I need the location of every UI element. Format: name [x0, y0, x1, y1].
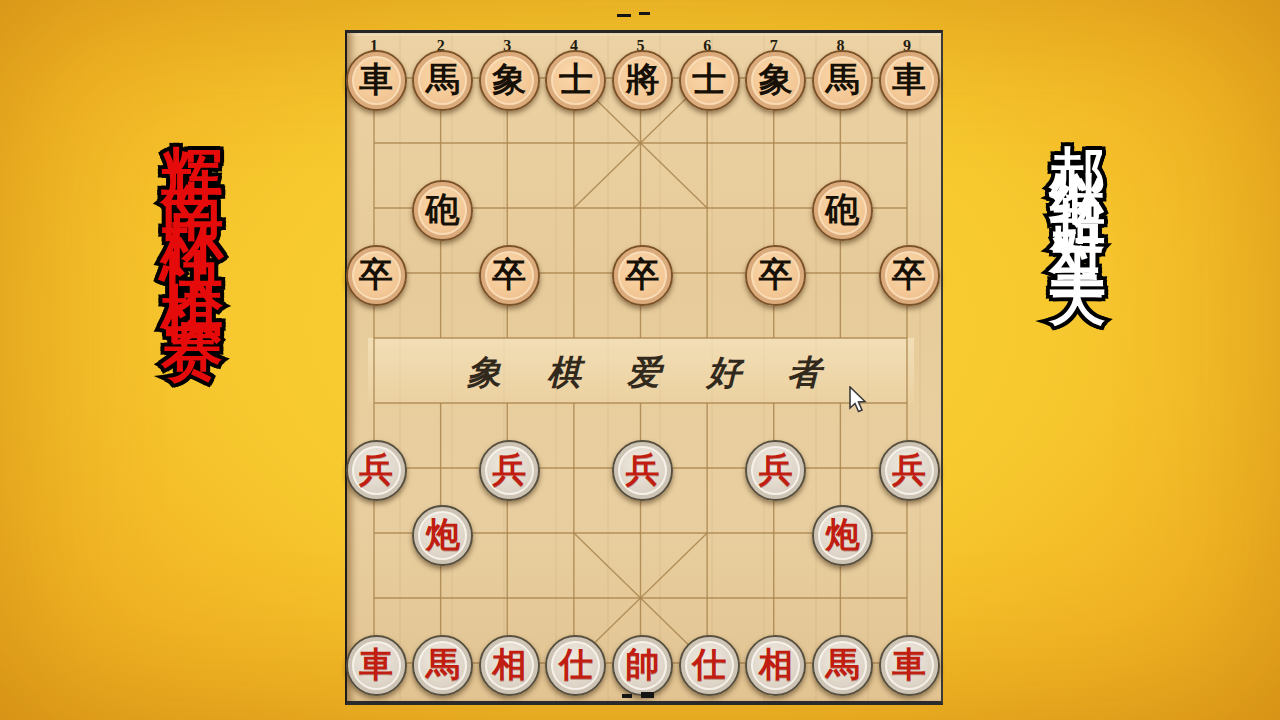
- cropped-text-artifact-bottom: [622, 694, 632, 698]
- black-piece-象[interactable]: 象: [745, 50, 806, 111]
- left-banner-title: 辉南杯快棋赛: [150, 96, 234, 300]
- black-piece-卒[interactable]: 卒: [745, 245, 806, 306]
- red-piece-兵[interactable]: 兵: [346, 440, 407, 501]
- mouse-cursor-icon: [849, 386, 871, 416]
- red-piece-炮[interactable]: 炮: [412, 505, 473, 566]
- black-piece-馬[interactable]: 馬: [812, 50, 873, 111]
- red-piece-車[interactable]: 車: [346, 635, 407, 696]
- cropped-text-artifact-bottom: [641, 692, 654, 698]
- red-piece-兵[interactable]: 兵: [612, 440, 673, 501]
- black-piece-象[interactable]: 象: [479, 50, 540, 111]
- red-piece-兵[interactable]: 兵: [745, 440, 806, 501]
- red-piece-馬[interactable]: 馬: [812, 635, 873, 696]
- cropped-text-artifact-top: [639, 12, 650, 15]
- right-banner-title: 郝继超对王天一: [1040, 100, 1116, 282]
- cropped-text-artifact-top: [617, 14, 631, 17]
- black-piece-卒[interactable]: 卒: [479, 245, 540, 306]
- black-piece-將[interactable]: 將: [612, 50, 673, 111]
- black-piece-砲[interactable]: 砲: [412, 180, 473, 241]
- red-piece-仕[interactable]: 仕: [545, 635, 606, 696]
- black-piece-車[interactable]: 車: [346, 50, 407, 111]
- red-piece-車[interactable]: 車: [879, 635, 940, 696]
- river-text: 象棋爱好者: [370, 350, 964, 396]
- black-piece-卒[interactable]: 卒: [612, 245, 673, 306]
- page-background: 辉南杯快棋赛 郝继超对王天一 象棋爱好者 123456789 九八七六五四三二一…: [0, 0, 1280, 720]
- black-piece-士[interactable]: 士: [545, 50, 606, 111]
- red-piece-兵[interactable]: 兵: [879, 440, 940, 501]
- black-piece-卒[interactable]: 卒: [879, 245, 940, 306]
- red-piece-馬[interactable]: 馬: [412, 635, 473, 696]
- red-piece-相[interactable]: 相: [479, 635, 540, 696]
- red-piece-炮[interactable]: 炮: [812, 505, 873, 566]
- red-piece-兵[interactable]: 兵: [479, 440, 540, 501]
- black-piece-砲[interactable]: 砲: [812, 180, 873, 241]
- red-piece-相[interactable]: 相: [745, 635, 806, 696]
- black-piece-卒[interactable]: 卒: [346, 245, 407, 306]
- black-piece-車[interactable]: 車: [879, 50, 940, 111]
- red-piece-帥[interactable]: 帥: [612, 635, 673, 696]
- red-piece-仕[interactable]: 仕: [679, 635, 740, 696]
- black-piece-士[interactable]: 士: [679, 50, 740, 111]
- xiangqi-board[interactable]: 象棋爱好者 123456789 九八七六五四三二一 車馬象士將士象馬車砲砲卒卒卒…: [345, 30, 943, 705]
- black-piece-馬[interactable]: 馬: [412, 50, 473, 111]
